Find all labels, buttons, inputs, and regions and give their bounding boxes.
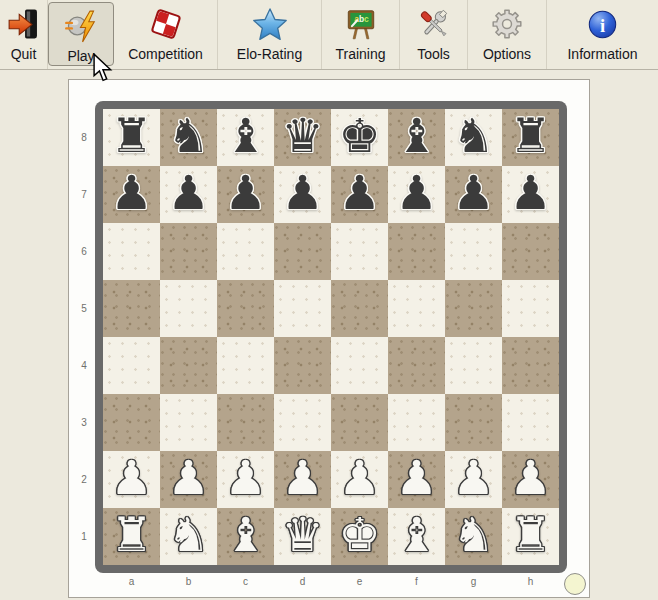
info-icon: i xyxy=(586,4,619,44)
file-label: h xyxy=(502,576,559,590)
square-h2[interactable]: ♟ xyxy=(502,451,559,508)
square-b1[interactable]: ♞ xyxy=(160,508,217,565)
square-c2[interactable]: ♟ xyxy=(217,451,274,508)
rank-labels: 87654321 xyxy=(75,109,93,565)
piece-black-pawn: ♟ xyxy=(103,166,160,223)
square-d3[interactable] xyxy=(274,394,331,451)
square-a5[interactable] xyxy=(103,280,160,337)
square-a8[interactable]: ♜ xyxy=(103,109,160,166)
square-h8[interactable]: ♜ xyxy=(502,109,559,166)
piece-black-bishop: ♝ xyxy=(388,109,445,166)
square-e1[interactable]: ♚ xyxy=(331,508,388,565)
square-c3[interactable] xyxy=(217,394,274,451)
plug-lightning-icon xyxy=(64,7,98,46)
square-b4[interactable] xyxy=(160,337,217,394)
toolbar-button-label: Options xyxy=(483,45,531,63)
toolbar-button-tools[interactable]: Tools xyxy=(400,0,468,69)
square-e5[interactable] xyxy=(331,280,388,337)
piece-white-king: ♚ xyxy=(331,508,388,565)
file-label: a xyxy=(103,576,160,590)
piece-black-king: ♚ xyxy=(331,109,388,166)
square-d2[interactable]: ♟ xyxy=(274,451,331,508)
piece-black-pawn: ♟ xyxy=(502,166,559,223)
square-a6[interactable] xyxy=(103,223,160,280)
square-c7[interactable]: ♟ xyxy=(217,166,274,223)
square-a3[interactable] xyxy=(103,394,160,451)
piece-white-pawn: ♟ xyxy=(160,451,217,508)
piece-white-pawn: ♟ xyxy=(388,451,445,508)
square-h6[interactable] xyxy=(502,223,559,280)
toolbar-button-label: Quit xyxy=(11,45,37,63)
square-c8[interactable]: ♝ xyxy=(217,109,274,166)
square-h3[interactable] xyxy=(502,394,559,451)
square-c6[interactable] xyxy=(217,223,274,280)
rank-label: 5 xyxy=(75,280,93,337)
piece-white-pawn: ♟ xyxy=(331,451,388,508)
piece-white-bishop: ♝ xyxy=(388,508,445,565)
square-g2[interactable]: ♟ xyxy=(445,451,502,508)
file-label: f xyxy=(388,576,445,590)
turn-indicator xyxy=(564,573,586,595)
square-b8[interactable]: ♞ xyxy=(160,109,217,166)
piece-black-pawn: ♟ xyxy=(331,166,388,223)
toolbar-button-label: Play xyxy=(67,47,94,65)
piece-black-pawn: ♟ xyxy=(217,166,274,223)
square-d6[interactable] xyxy=(274,223,331,280)
square-e4[interactable] xyxy=(331,337,388,394)
rank-label: 8 xyxy=(75,109,93,166)
square-d5[interactable] xyxy=(274,280,331,337)
square-a4[interactable] xyxy=(103,337,160,394)
square-e7[interactable]: ♟ xyxy=(331,166,388,223)
square-b3[interactable] xyxy=(160,394,217,451)
piece-white-knight: ♞ xyxy=(445,508,502,565)
rank-label: 2 xyxy=(75,451,93,508)
square-f6[interactable] xyxy=(388,223,445,280)
square-c1[interactable]: ♝ xyxy=(217,508,274,565)
svg-text:abc: abc xyxy=(354,14,369,24)
chalkboard-icon: abc xyxy=(343,4,379,44)
star-icon xyxy=(252,4,288,44)
toolbar-button-label: Information xyxy=(567,45,637,63)
rank-label: 3 xyxy=(75,394,93,451)
square-f4[interactable] xyxy=(388,337,445,394)
square-a2[interactable]: ♟ xyxy=(103,451,160,508)
square-e6[interactable] xyxy=(331,223,388,280)
rank-label: 6 xyxy=(75,223,93,280)
toolbar-button-label: Competition xyxy=(128,45,203,63)
square-g6[interactable] xyxy=(445,223,502,280)
file-label: d xyxy=(274,576,331,590)
square-d8[interactable]: ♛ xyxy=(274,109,331,166)
square-f8[interactable]: ♝ xyxy=(388,109,445,166)
toolbar-button-options[interactable]: Options xyxy=(468,0,547,69)
toolbar-button-label: Training xyxy=(335,45,385,63)
toolbar-button-label: Tools xyxy=(417,45,450,63)
piece-black-pawn: ♟ xyxy=(445,166,502,223)
piece-white-pawn: ♟ xyxy=(445,451,502,508)
square-g3[interactable] xyxy=(445,394,502,451)
piece-white-pawn: ♟ xyxy=(502,451,559,508)
board-frame: ♜♞♝♛♚♝♞♜♟♟♟♟♟♟♟♟♟♟♟♟♟♟♟♟♜♞♝♛♚♝♞♜ xyxy=(95,101,567,573)
checkerboard-icon xyxy=(149,4,183,44)
square-g8[interactable]: ♞ xyxy=(445,109,502,166)
svg-text:i: i xyxy=(600,14,605,35)
square-d4[interactable] xyxy=(274,337,331,394)
square-f7[interactable]: ♟ xyxy=(388,166,445,223)
square-b2[interactable]: ♟ xyxy=(160,451,217,508)
piece-white-pawn: ♟ xyxy=(103,451,160,508)
piece-white-bishop: ♝ xyxy=(217,508,274,565)
square-g7[interactable]: ♟ xyxy=(445,166,502,223)
square-b5[interactable] xyxy=(160,280,217,337)
piece-white-queen: ♛ xyxy=(274,508,331,565)
piece-white-pawn: ♟ xyxy=(217,451,274,508)
toolbar-button-quit[interactable]: Quit xyxy=(0,0,48,69)
piece-black-knight: ♞ xyxy=(160,109,217,166)
square-e2[interactable]: ♟ xyxy=(331,451,388,508)
square-g5[interactable] xyxy=(445,280,502,337)
square-e8[interactable]: ♚ xyxy=(331,109,388,166)
chess-board: ♜♞♝♛♚♝♞♜♟♟♟♟♟♟♟♟♟♟♟♟♟♟♟♟♜♞♝♛♚♝♞♜ xyxy=(103,109,559,565)
toolbar-button-information[interactable]: i Information xyxy=(547,0,658,69)
file-label: c xyxy=(217,576,274,590)
square-f2[interactable]: ♟ xyxy=(388,451,445,508)
toolbar-button-training[interactable]: abc Training xyxy=(322,0,400,69)
exit-door-icon xyxy=(7,4,41,44)
square-f5[interactable] xyxy=(388,280,445,337)
piece-black-bishop: ♝ xyxy=(217,109,274,166)
square-g4[interactable] xyxy=(445,337,502,394)
square-e3[interactable] xyxy=(331,394,388,451)
file-labels: abcdefgh xyxy=(103,576,559,590)
square-b6[interactable] xyxy=(160,223,217,280)
square-c5[interactable] xyxy=(217,280,274,337)
square-f3[interactable] xyxy=(388,394,445,451)
mouse-cursor-icon xyxy=(92,53,113,86)
square-d7[interactable]: ♟ xyxy=(274,166,331,223)
file-label: e xyxy=(331,576,388,590)
piece-white-pawn: ♟ xyxy=(274,451,331,508)
piece-black-pawn: ♟ xyxy=(160,166,217,223)
piece-black-pawn: ♟ xyxy=(274,166,331,223)
toolbar-button-elo-rating[interactable]: Elo-Rating xyxy=(218,0,322,69)
rank-label: 1 xyxy=(75,508,93,565)
file-label: g xyxy=(445,576,502,590)
board-panel: 87654321 ♜♞♝♛♚♝♞♜♟♟♟♟♟♟♟♟♟♟♟♟♟♟♟♟♜♞♝♛♚♝♞… xyxy=(68,79,590,598)
toolbar-button-label: Elo-Rating xyxy=(237,45,302,63)
piece-white-rook: ♜ xyxy=(103,508,160,565)
piece-black-pawn: ♟ xyxy=(388,166,445,223)
square-h1[interactable]: ♜ xyxy=(502,508,559,565)
square-f1[interactable]: ♝ xyxy=(388,508,445,565)
toolbar-button-competition[interactable]: Competition xyxy=(114,0,218,69)
rank-label: 4 xyxy=(75,337,93,394)
file-label: b xyxy=(160,576,217,590)
piece-white-knight: ♞ xyxy=(160,508,217,565)
piece-black-rook: ♜ xyxy=(502,109,559,166)
square-d1[interactable]: ♛ xyxy=(274,508,331,565)
square-h5[interactable] xyxy=(502,280,559,337)
tools-icon xyxy=(416,4,452,44)
piece-black-knight: ♞ xyxy=(445,109,502,166)
square-c4[interactable] xyxy=(217,337,274,394)
rank-label: 7 xyxy=(75,166,93,223)
square-h7[interactable]: ♟ xyxy=(502,166,559,223)
square-a1[interactable]: ♜ xyxy=(103,508,160,565)
square-h4[interactable] xyxy=(502,337,559,394)
piece-white-rook: ♜ xyxy=(502,508,559,565)
piece-black-rook: ♜ xyxy=(103,109,160,166)
gear-icon xyxy=(490,4,524,44)
square-a7[interactable]: ♟ xyxy=(103,166,160,223)
piece-black-queen: ♛ xyxy=(274,109,331,166)
square-g1[interactable]: ♞ xyxy=(445,508,502,565)
square-b7[interactable]: ♟ xyxy=(160,166,217,223)
